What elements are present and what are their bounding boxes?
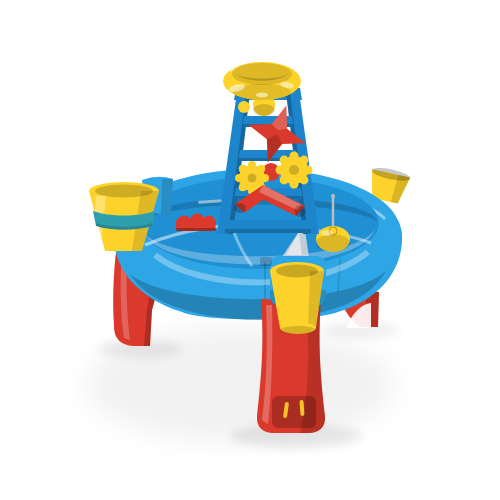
funnel-top xyxy=(223,59,301,100)
gear-wheel-right xyxy=(276,152,313,189)
product-image xyxy=(0,0,500,500)
product-photo xyxy=(0,0,500,500)
